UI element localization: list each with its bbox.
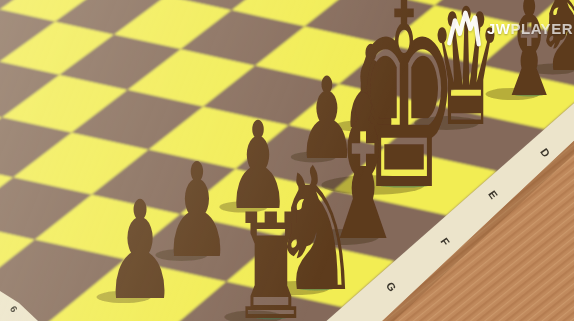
jwplayer-logo-icon bbox=[446, 8, 483, 48]
watermark-brand-light: PLAYER bbox=[511, 20, 573, 37]
watermark-brand-bold: JW bbox=[487, 20, 511, 37]
piece-black-pawn-h7: ♟ bbox=[103, 172, 176, 321]
piece-black-rook-h8: ♜ bbox=[230, 182, 311, 321]
jwplayer-watermark: JWPLAYER bbox=[446, 7, 573, 49]
video-frame: GFED6♞♝♛♟♟♚♟♝♟♞♟♜ JWPLAYER bbox=[0, 0, 574, 321]
